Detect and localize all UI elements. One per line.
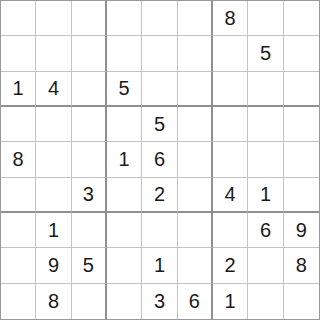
cell-r9c7-given[interactable]: 1 <box>213 284 248 319</box>
cell-r8c4[interactable] <box>107 248 142 283</box>
cell-r8c9-given[interactable]: 8 <box>284 248 319 283</box>
cell-r5c2[interactable] <box>36 142 71 177</box>
cell-r1c6[interactable] <box>178 1 213 36</box>
cell-r5c1-given[interactable]: 8 <box>1 142 36 177</box>
cell-r3c2-given[interactable]: 4 <box>36 72 71 107</box>
cell-r6c4[interactable] <box>107 178 142 213</box>
sudoku-board: 8514558163241169951288361 <box>0 0 320 320</box>
cell-r5c5-given[interactable]: 6 <box>142 142 177 177</box>
cell-r1c4[interactable] <box>107 1 142 36</box>
cell-r6c6[interactable] <box>178 178 213 213</box>
cell-r8c7-given[interactable]: 2 <box>213 248 248 283</box>
cell-r6c7-given[interactable]: 4 <box>213 178 248 213</box>
cell-r8c8[interactable] <box>248 248 283 283</box>
cell-r7c9-given[interactable]: 9 <box>284 213 319 248</box>
cell-r9c1[interactable] <box>1 284 36 319</box>
cell-r1c1[interactable] <box>1 1 36 36</box>
cell-r9c2-given[interactable]: 8 <box>36 284 71 319</box>
cell-r3c6[interactable] <box>178 72 213 107</box>
cell-r6c8-given[interactable]: 1 <box>248 178 283 213</box>
cell-r6c5-given[interactable]: 2 <box>142 178 177 213</box>
cell-r7c6[interactable] <box>178 213 213 248</box>
cell-r9c3[interactable] <box>72 284 107 319</box>
cell-r7c5[interactable] <box>142 213 177 248</box>
cell-r1c7-given[interactable]: 8 <box>213 1 248 36</box>
cell-r7c8-given[interactable]: 6 <box>248 213 283 248</box>
cell-r7c3[interactable] <box>72 213 107 248</box>
cell-r5c3[interactable] <box>72 142 107 177</box>
cell-r9c5-given[interactable]: 3 <box>142 284 177 319</box>
cell-r4c7[interactable] <box>213 107 248 142</box>
cell-r2c2[interactable] <box>36 36 71 71</box>
cell-r2c5[interactable] <box>142 36 177 71</box>
cell-r2c3[interactable] <box>72 36 107 71</box>
cell-r9c4[interactable] <box>107 284 142 319</box>
cell-r5c7[interactable] <box>213 142 248 177</box>
cell-r8c2-given[interactable]: 9 <box>36 248 71 283</box>
cell-r5c8[interactable] <box>248 142 283 177</box>
cell-r7c7[interactable] <box>213 213 248 248</box>
cell-r6c9[interactable] <box>284 178 319 213</box>
cell-r4c6[interactable] <box>178 107 213 142</box>
cell-r9c8[interactable] <box>248 284 283 319</box>
cell-r6c3-given[interactable]: 3 <box>72 178 107 213</box>
cell-r8c1[interactable] <box>1 248 36 283</box>
cell-r9c6-given[interactable]: 6 <box>178 284 213 319</box>
cell-r3c1-given[interactable]: 1 <box>1 72 36 107</box>
cell-r1c8[interactable] <box>248 1 283 36</box>
cell-r7c4[interactable] <box>107 213 142 248</box>
cell-r3c9[interactable] <box>284 72 319 107</box>
cell-r4c8[interactable] <box>248 107 283 142</box>
cell-r3c3[interactable] <box>72 72 107 107</box>
cell-r7c2-given[interactable]: 1 <box>36 213 71 248</box>
cell-r5c9[interactable] <box>284 142 319 177</box>
cell-r6c2[interactable] <box>36 178 71 213</box>
cell-r8c3-given[interactable]: 5 <box>72 248 107 283</box>
cell-r3c4-given[interactable]: 5 <box>107 72 142 107</box>
cell-r7c1[interactable] <box>1 213 36 248</box>
cell-r4c9[interactable] <box>284 107 319 142</box>
cell-r8c5-given[interactable]: 1 <box>142 248 177 283</box>
cell-r4c1[interactable] <box>1 107 36 142</box>
cell-r1c3[interactable] <box>72 1 107 36</box>
cell-r4c4[interactable] <box>107 107 142 142</box>
cell-r5c6[interactable] <box>178 142 213 177</box>
cell-r4c5-given[interactable]: 5 <box>142 107 177 142</box>
cell-r5c4-given[interactable]: 1 <box>107 142 142 177</box>
cell-r3c7[interactable] <box>213 72 248 107</box>
cell-r4c2[interactable] <box>36 107 71 142</box>
cell-r6c1[interactable] <box>1 178 36 213</box>
cell-r1c5[interactable] <box>142 1 177 36</box>
cell-r2c1[interactable] <box>1 36 36 71</box>
cell-r1c2[interactable] <box>36 1 71 36</box>
cell-r2c9[interactable] <box>284 36 319 71</box>
cell-r9c9[interactable] <box>284 284 319 319</box>
cell-r3c5[interactable] <box>142 72 177 107</box>
cell-r3c8[interactable] <box>248 72 283 107</box>
cell-r2c7[interactable] <box>213 36 248 71</box>
cell-r4c3[interactable] <box>72 107 107 142</box>
cell-r1c9[interactable] <box>284 1 319 36</box>
cell-r2c4[interactable] <box>107 36 142 71</box>
cell-r8c6[interactable] <box>178 248 213 283</box>
cell-r2c8-given[interactable]: 5 <box>248 36 283 71</box>
cell-r2c6[interactable] <box>178 36 213 71</box>
